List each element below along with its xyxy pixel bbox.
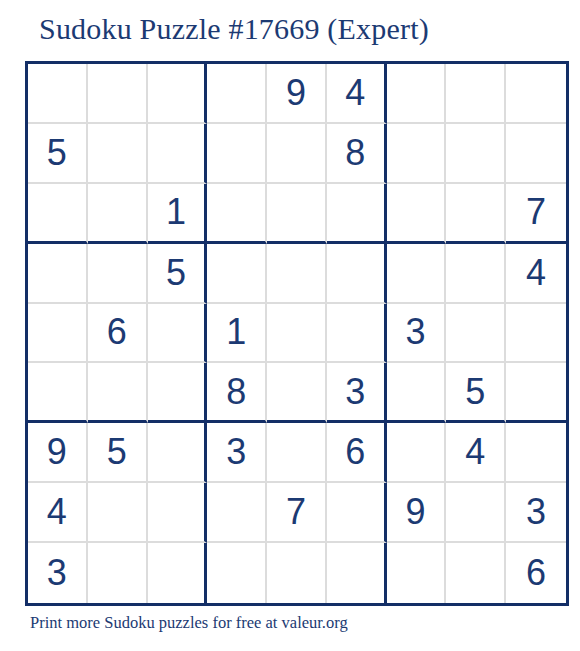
cell-r8c5: 7 xyxy=(267,483,327,543)
cell-r8c4 xyxy=(207,483,267,543)
cell-r2c4 xyxy=(207,124,267,184)
cell-r7c2: 5 xyxy=(88,423,148,483)
cell-r4c5 xyxy=(267,244,327,304)
cell-r5c7: 3 xyxy=(387,304,447,364)
cell-r3c4 xyxy=(207,184,267,244)
cell-r8c1: 4 xyxy=(28,483,88,543)
cell-r6c8: 5 xyxy=(446,363,506,423)
cell-r5c2: 6 xyxy=(88,304,148,364)
cell-r8c7: 9 xyxy=(387,483,447,543)
cell-r3c8 xyxy=(446,184,506,244)
cell-r2c5 xyxy=(267,124,327,184)
cell-r7c8: 4 xyxy=(446,423,506,483)
cell-r5c3 xyxy=(148,304,208,364)
cell-r3c5 xyxy=(267,184,327,244)
cell-r5c5 xyxy=(267,304,327,364)
cell-r7c3 xyxy=(148,423,208,483)
cell-r6c9 xyxy=(506,363,566,423)
cell-r9c7 xyxy=(387,543,447,603)
cell-r7c7 xyxy=(387,423,447,483)
cell-r6c6: 3 xyxy=(327,363,387,423)
cell-r2c7 xyxy=(387,124,447,184)
cell-r5c6 xyxy=(327,304,387,364)
cell-r7c5 xyxy=(267,423,327,483)
cell-r8c3 xyxy=(148,483,208,543)
cell-r7c1: 9 xyxy=(28,423,88,483)
cell-r9c2 xyxy=(88,543,148,603)
cell-r6c1 xyxy=(28,363,88,423)
cell-r6c3 xyxy=(148,363,208,423)
cell-r4c1 xyxy=(28,244,88,304)
cell-r1c2 xyxy=(88,64,148,124)
cell-r4c6 xyxy=(327,244,387,304)
cell-r9c5 xyxy=(267,543,327,603)
cell-r4c2 xyxy=(88,244,148,304)
cell-r2c8 xyxy=(446,124,506,184)
cell-r2c9 xyxy=(506,124,566,184)
cell-r1c6: 4 xyxy=(327,64,387,124)
cell-r7c6: 6 xyxy=(327,423,387,483)
cell-r5c4: 1 xyxy=(207,304,267,364)
cell-r1c8 xyxy=(446,64,506,124)
cell-r3c1 xyxy=(28,184,88,244)
cell-r5c8 xyxy=(446,304,506,364)
cell-r5c1 xyxy=(28,304,88,364)
page-title: Sudoku Puzzle #17669 (Expert) xyxy=(39,12,429,46)
cell-r9c6 xyxy=(327,543,387,603)
cell-r6c2 xyxy=(88,363,148,423)
cell-r6c5 xyxy=(267,363,327,423)
cell-r9c8 xyxy=(446,543,506,603)
cell-r7c4: 3 xyxy=(207,423,267,483)
cell-r1c7 xyxy=(387,64,447,124)
cell-r3c3: 1 xyxy=(148,184,208,244)
cell-r9c9: 6 xyxy=(506,543,566,603)
cell-r1c5: 9 xyxy=(267,64,327,124)
cell-r4c8 xyxy=(446,244,506,304)
cell-r5c9 xyxy=(506,304,566,364)
cell-r1c9 xyxy=(506,64,566,124)
cell-r4c9: 4 xyxy=(506,244,566,304)
cell-r4c7 xyxy=(387,244,447,304)
cell-r9c1: 3 xyxy=(28,543,88,603)
cell-r7c9 xyxy=(506,423,566,483)
cell-r8c2 xyxy=(88,483,148,543)
cell-r6c7 xyxy=(387,363,447,423)
cell-r4c4 xyxy=(207,244,267,304)
cell-r8c9: 3 xyxy=(506,483,566,543)
cell-r1c1 xyxy=(28,64,88,124)
cell-r9c4 xyxy=(207,543,267,603)
cell-r2c3 xyxy=(148,124,208,184)
sudoku-board: 9458175461383595364479336 xyxy=(25,61,569,606)
cell-r2c2 xyxy=(88,124,148,184)
cell-r2c1: 5 xyxy=(28,124,88,184)
cell-r1c3 xyxy=(148,64,208,124)
cell-r8c6 xyxy=(327,483,387,543)
cell-r2c6: 8 xyxy=(327,124,387,184)
cell-r3c9: 7 xyxy=(506,184,566,244)
cell-r8c8 xyxy=(446,483,506,543)
cell-r3c7 xyxy=(387,184,447,244)
cell-r4c3: 5 xyxy=(148,244,208,304)
cell-r1c4 xyxy=(207,64,267,124)
cell-r3c2 xyxy=(88,184,148,244)
cell-r3c6 xyxy=(327,184,387,244)
footer-credit: Print more Sudoku puzzles for free at va… xyxy=(30,613,348,633)
cell-r9c3 xyxy=(148,543,208,603)
cell-r6c4: 8 xyxy=(207,363,267,423)
